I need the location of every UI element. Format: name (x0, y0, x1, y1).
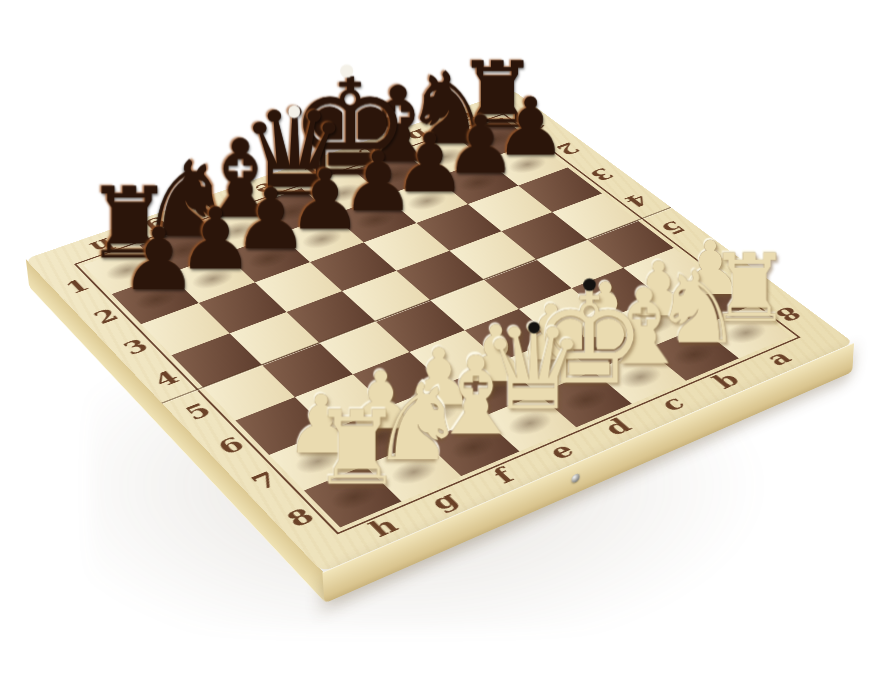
product-photo-scene: 11hh22gg33ff44ee55dd66cc77bb88aa ♜♞♝♚♛♝♞… (0, 0, 886, 678)
metal-pin (572, 473, 580, 484)
dark-king-finial-dot (340, 64, 353, 77)
light-queen-finial-dot (528, 322, 540, 334)
rook-glyph: ♜ (311, 390, 402, 509)
pawn-glyph: ♟ (120, 209, 197, 309)
dark-queen-finial-dot (288, 106, 300, 118)
piece-dark-pawn-h2: ♟ (99, 216, 219, 302)
piece-light-rook-h8: ♜ (291, 399, 424, 501)
